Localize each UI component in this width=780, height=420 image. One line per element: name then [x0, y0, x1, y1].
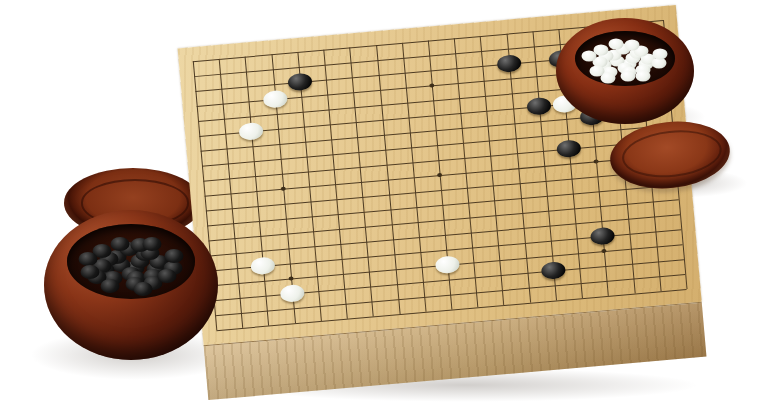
white-bowl-stone: [582, 51, 597, 62]
scene: [0, 0, 780, 420]
white-bowl-opening: [575, 31, 674, 86]
black-bowl-stone: [111, 237, 130, 251]
star-point: [429, 83, 434, 87]
black-stone-bowl: [44, 210, 218, 360]
black-bowl-stone: [81, 265, 100, 279]
black-bowl-stone: [101, 279, 120, 293]
white-bowl-stone: [653, 48, 668, 59]
star-point: [594, 159, 599, 163]
star-point: [280, 187, 285, 191]
black-stone[interactable]: [287, 72, 312, 91]
white-bowl-stone: [621, 71, 636, 82]
white-bowl-stone: [652, 58, 667, 69]
star-point: [437, 173, 442, 177]
white-stone[interactable]: [262, 90, 287, 109]
black-stone[interactable]: [526, 97, 551, 116]
star-point: [602, 249, 607, 253]
black-stone[interactable]: [556, 139, 581, 158]
black-bowl-stone: [158, 269, 177, 283]
white-stone[interactable]: [251, 256, 276, 275]
white-stone-bowl: [556, 18, 694, 124]
black-stone[interactable]: [541, 261, 566, 280]
white-stone[interactable]: [279, 284, 304, 303]
black-bowl-stone: [164, 249, 183, 263]
white-bowl-stone: [600, 72, 615, 83]
white-bowl-stone: [636, 70, 651, 81]
star-point: [288, 276, 293, 280]
black-bowl-opening: [67, 224, 196, 299]
white-bowl-stone: [625, 40, 640, 51]
black-bowl-stone: [133, 282, 152, 296]
black-bowl-stone: [143, 237, 162, 251]
black-stone[interactable]: [590, 227, 615, 246]
white-stone[interactable]: [435, 255, 460, 274]
black-stone[interactable]: [496, 54, 521, 73]
white-stone[interactable]: [239, 122, 264, 141]
white-bowl-stone: [608, 39, 623, 50]
